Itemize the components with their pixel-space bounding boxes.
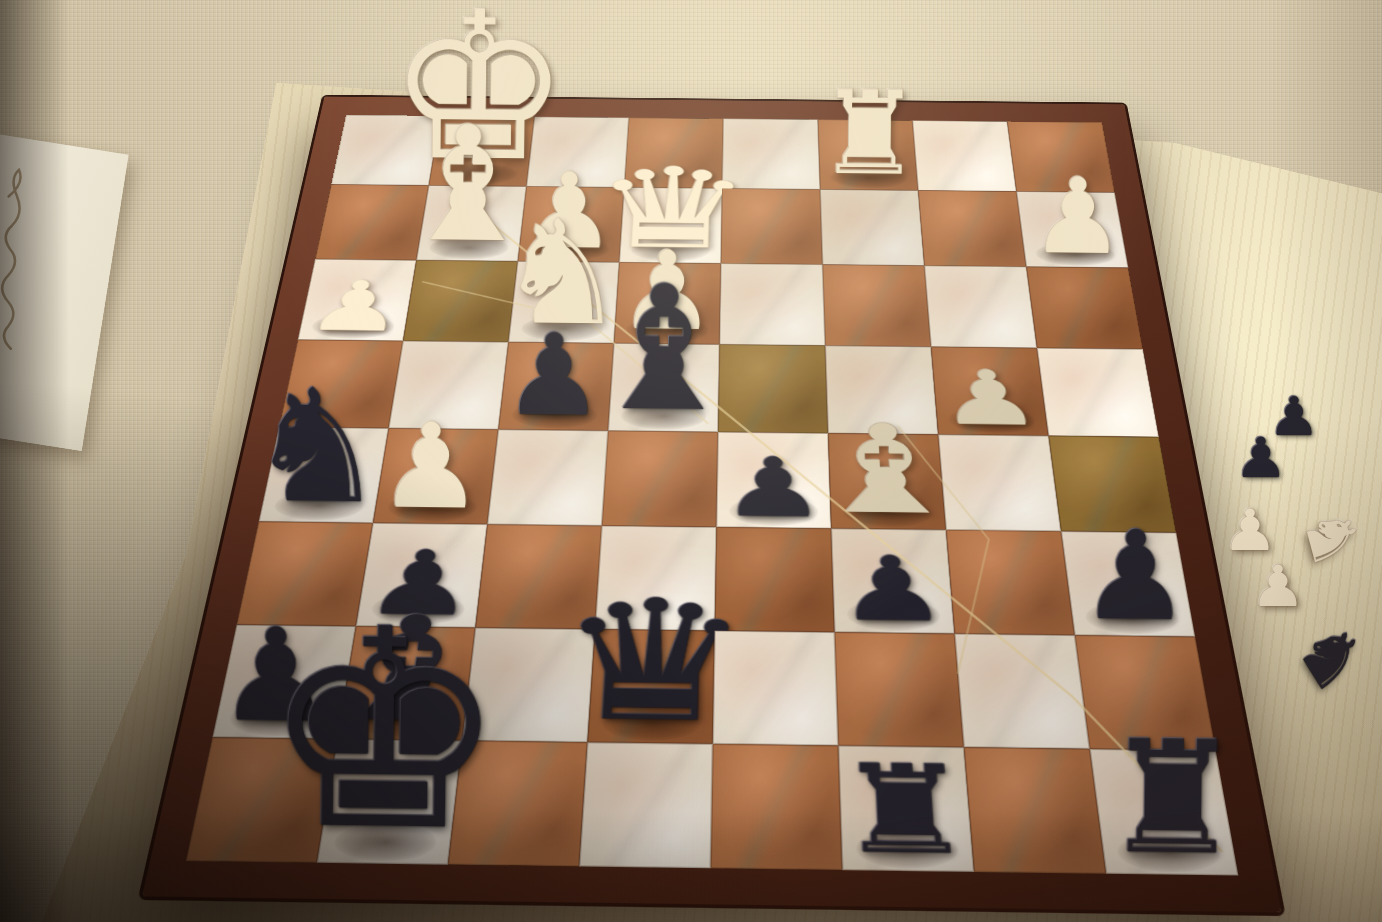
square-f3[interactable]: ♟ — [831, 528, 954, 633]
square-e2[interactable] — [713, 631, 838, 746]
black-pawn[interactable]: ♟ — [836, 547, 949, 633]
square-c4[interactable] — [487, 429, 608, 525]
square-f1[interactable]: ♜ — [838, 746, 974, 872]
black-knight[interactable]: ♞ — [246, 372, 387, 522]
white-rook[interactable]: ♜ — [817, 79, 922, 190]
square-g3[interactable] — [946, 530, 1075, 635]
black-knight-captured[interactable]: ♞ — [1284, 610, 1382, 705]
square-e3[interactable] — [715, 527, 835, 632]
black-rook[interactable]: ♜ — [835, 753, 978, 871]
square-g6[interactable] — [924, 266, 1037, 348]
black-pawn-captured[interactable]: ♟ — [1234, 430, 1288, 485]
square-g1[interactable] — [964, 747, 1106, 874]
square-h6[interactable] — [1026, 267, 1143, 349]
square-h7[interactable]: ♟ — [1016, 191, 1128, 267]
white-pawn[interactable]: ♟ — [1030, 167, 1125, 267]
square-d5[interactable]: ♝ — [608, 343, 719, 432]
square-h3[interactable]: ♟ — [1061, 531, 1195, 636]
square-h5[interactable] — [1037, 348, 1159, 437]
square-g2[interactable] — [955, 634, 1090, 749]
black-king[interactable]: ♚ — [260, 600, 509, 864]
square-h1[interactable]: ♜ — [1090, 749, 1239, 876]
square-e1[interactable] — [711, 744, 843, 870]
square-a4[interactable]: ♞ — [259, 427, 389, 523]
white-pawn-captured[interactable]: ♟ — [1250, 558, 1306, 615]
square-f4[interactable]: ♝ — [828, 433, 946, 530]
square-d4[interactable] — [602, 431, 718, 527]
captured-pieces-area: ♟♟♟♞♟♞ — [1210, 385, 1382, 730]
square-d2[interactable]: ♛ — [587, 629, 714, 744]
square-f2[interactable] — [835, 632, 964, 747]
black-pawn[interactable]: ♟ — [1079, 517, 1191, 635]
square-a6[interactable]: ♟ — [298, 259, 417, 341]
board-grid: ♚♜♝♟♛♟♟♞♟♟♝♟♞♟♟♝♟♟♟♟♝♛♚♜♜ — [186, 115, 1239, 876]
black-rook[interactable]: ♜ — [1102, 724, 1244, 874]
square-g7[interactable] — [918, 190, 1026, 266]
square-f8[interactable]: ♜ — [818, 120, 918, 191]
white-pawn[interactable]: ♟ — [302, 273, 410, 340]
square-g8[interactable] — [912, 121, 1016, 192]
square-g5[interactable]: ♟ — [931, 347, 1049, 436]
square-f6[interactable] — [823, 265, 931, 347]
black-bishop[interactable]: ♝ — [586, 266, 742, 431]
white-pawn-captured[interactable]: ♟ — [1222, 502, 1278, 559]
photo-scene: ♚♜♝♟♛♟♟♞♟♟♝♟♞♟♟♝♟♟♟♟♝♛♚♜♜ ♟♟♟♞♟♞ — [0, 0, 1382, 922]
square-g4[interactable] — [938, 435, 1061, 532]
chess-board: ♚♜♝♟♛♟♟♞♟♟♝♟♞♟♟♝♟♟♟♟♝♛♚♜♜ — [142, 97, 1282, 913]
square-f7[interactable] — [820, 189, 924, 265]
white-pawn[interactable]: ♟ — [936, 362, 1044, 435]
white-pawn[interactable]: ♟ — [378, 410, 485, 523]
square-b4[interactable]: ♟ — [373, 428, 498, 524]
square-b1[interactable]: ♚ — [317, 739, 462, 865]
